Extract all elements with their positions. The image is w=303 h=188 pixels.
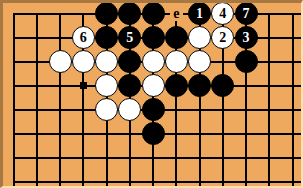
black-stone xyxy=(95,2,118,25)
grid-line-horizontal xyxy=(13,157,302,159)
black-stone xyxy=(142,2,165,25)
black-stone xyxy=(142,122,165,145)
white-stone xyxy=(188,50,211,73)
grid-line-vertical xyxy=(292,13,294,187)
black-stone xyxy=(142,98,165,121)
black-stone xyxy=(118,2,141,25)
black-stone xyxy=(118,74,141,97)
white-stone: 6 xyxy=(72,26,95,49)
move-number: 7 xyxy=(243,7,250,21)
black-stone: 3 xyxy=(235,26,258,49)
black-stone xyxy=(95,26,118,49)
white-stone xyxy=(142,50,165,73)
white-stone xyxy=(118,98,141,121)
black-stone: 5 xyxy=(118,26,141,49)
grid-line-vertical xyxy=(59,13,61,187)
move-number: 5 xyxy=(126,31,133,45)
white-stone xyxy=(165,50,188,73)
black-stone xyxy=(165,74,188,97)
white-stone xyxy=(72,50,95,73)
grid-line-horizontal xyxy=(13,181,302,183)
black-stone xyxy=(142,26,165,49)
white-stone: 2 xyxy=(211,26,234,49)
white-stone xyxy=(142,74,165,97)
white-stone xyxy=(49,50,72,73)
grid-line-vertical xyxy=(36,13,38,187)
black-stone xyxy=(165,26,188,49)
white-stone xyxy=(188,26,211,49)
move-number: 1 xyxy=(196,7,203,21)
go-board: e1753462 xyxy=(0,0,303,188)
black-stone xyxy=(118,50,141,73)
point-label-e: e xyxy=(170,6,183,21)
black-stone: 7 xyxy=(235,2,258,25)
move-number: 4 xyxy=(219,7,226,21)
white-stone: 4 xyxy=(211,2,234,25)
star-point-icon xyxy=(80,82,87,89)
white-stone xyxy=(95,98,118,121)
grid-line-vertical xyxy=(268,13,270,187)
white-stone xyxy=(95,50,118,73)
black-stone xyxy=(235,50,258,73)
black-stone: 1 xyxy=(188,2,211,25)
move-number: 3 xyxy=(243,31,250,45)
move-number: 6 xyxy=(80,31,87,45)
black-stone xyxy=(211,74,234,97)
white-stone xyxy=(95,74,118,97)
black-stone xyxy=(188,74,211,97)
move-number: 2 xyxy=(219,31,226,45)
grid-line-vertical xyxy=(13,13,15,187)
